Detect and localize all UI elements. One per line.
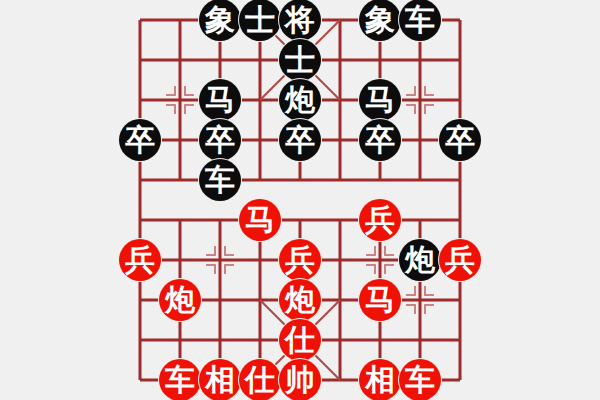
- piece-red-advisor[interactable]: 仕: [279, 319, 321, 361]
- piece-black-elephant[interactable]: 象: [199, 0, 241, 41]
- piece-red-general[interactable]: 帅: [279, 359, 321, 400]
- piece-red-elephant[interactable]: 相: [199, 359, 241, 400]
- piece-black-soldier[interactable]: 卒: [439, 119, 481, 161]
- piece-red-chariot[interactable]: 车: [399, 359, 441, 400]
- piece-red-cannon[interactable]: 炮: [159, 279, 201, 321]
- piece-red-soldier[interactable]: 兵: [279, 239, 321, 281]
- piece-black-soldier[interactable]: 卒: [359, 119, 401, 161]
- piece-black-cannon[interactable]: 炮: [399, 239, 441, 281]
- pieces-layer: 象士将象车士马炮马卒卒卒卒卒车炮马兵兵兵兵炮炮马仕车相仕帅相车: [0, 0, 600, 400]
- piece-black-advisor[interactable]: 士: [279, 39, 321, 81]
- piece-black-cannon[interactable]: 炮: [279, 79, 321, 121]
- piece-red-chariot[interactable]: 车: [159, 359, 201, 400]
- piece-red-soldier[interactable]: 兵: [359, 199, 401, 241]
- piece-black-advisor[interactable]: 士: [239, 0, 281, 41]
- piece-black-elephant[interactable]: 象: [359, 0, 401, 41]
- piece-black-soldier[interactable]: 卒: [119, 119, 161, 161]
- piece-black-chariot[interactable]: 车: [199, 159, 241, 201]
- xiangqi-board: 象士将象车士马炮马卒卒卒卒卒车炮马兵兵兵兵炮炮马仕车相仕帅相车: [0, 0, 600, 400]
- piece-red-elephant[interactable]: 相: [359, 359, 401, 400]
- piece-red-horse[interactable]: 马: [359, 279, 401, 321]
- piece-black-soldier[interactable]: 卒: [199, 119, 241, 161]
- piece-black-soldier[interactable]: 卒: [279, 119, 321, 161]
- piece-red-cannon[interactable]: 炮: [279, 279, 321, 321]
- piece-black-chariot[interactable]: 车: [399, 0, 441, 41]
- piece-red-soldier[interactable]: 兵: [119, 239, 161, 281]
- piece-black-horse[interactable]: 马: [359, 79, 401, 121]
- piece-red-advisor[interactable]: 仕: [239, 359, 281, 400]
- piece-black-horse[interactable]: 马: [199, 79, 241, 121]
- piece-red-soldier[interactable]: 兵: [439, 239, 481, 281]
- piece-red-horse[interactable]: 马: [239, 199, 281, 241]
- piece-black-general[interactable]: 将: [279, 0, 321, 41]
